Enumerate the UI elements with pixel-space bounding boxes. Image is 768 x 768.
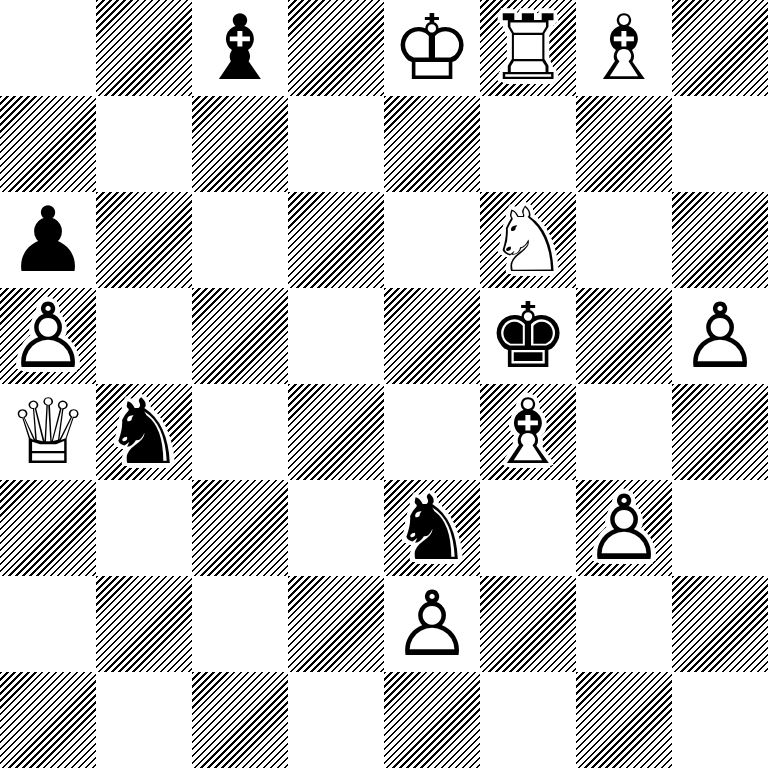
piece-white-pawn[interactable] (384, 576, 480, 672)
chess-board (0, 0, 768, 768)
square-c7[interactable] (192, 96, 288, 192)
square-d2[interactable] (288, 576, 384, 672)
square-a5[interactable] (0, 288, 96, 384)
square-d5[interactable] (288, 288, 384, 384)
square-g7[interactable] (576, 96, 672, 192)
square-d7[interactable] (288, 96, 384, 192)
piece-black-knight[interactable] (384, 480, 480, 576)
square-f3[interactable] (480, 480, 576, 576)
piece-black-king[interactable] (480, 288, 576, 384)
square-c6[interactable] (192, 192, 288, 288)
square-a8[interactable] (0, 0, 96, 96)
square-d3[interactable] (288, 480, 384, 576)
square-e6[interactable] (384, 192, 480, 288)
square-f6[interactable] (480, 192, 576, 288)
square-e8[interactable] (384, 0, 480, 96)
square-d1[interactable] (288, 672, 384, 768)
square-h6[interactable] (672, 192, 768, 288)
square-g3[interactable] (576, 480, 672, 576)
piece-white-queen[interactable] (0, 384, 96, 480)
square-a6[interactable] (0, 192, 96, 288)
square-b3[interactable] (96, 480, 192, 576)
square-b7[interactable] (96, 96, 192, 192)
square-h5[interactable] (672, 288, 768, 384)
square-e7[interactable] (384, 96, 480, 192)
square-a7[interactable] (0, 96, 96, 192)
piece-white-knight[interactable] (480, 192, 576, 288)
square-b6[interactable] (96, 192, 192, 288)
square-a3[interactable] (0, 480, 96, 576)
piece-white-pawn[interactable] (576, 480, 672, 576)
piece-black-pawn[interactable] (0, 192, 96, 288)
piece-white-rook[interactable] (480, 0, 576, 96)
square-c5[interactable] (192, 288, 288, 384)
square-h4[interactable] (672, 384, 768, 480)
square-c8[interactable] (192, 0, 288, 96)
square-a1[interactable] (0, 672, 96, 768)
square-h2[interactable] (672, 576, 768, 672)
square-b5[interactable] (96, 288, 192, 384)
square-b8[interactable] (96, 0, 192, 96)
piece-white-bishop[interactable] (480, 384, 576, 480)
piece-black-bishop[interactable] (192, 0, 288, 96)
square-f4[interactable] (480, 384, 576, 480)
square-c2[interactable] (192, 576, 288, 672)
square-b4[interactable] (96, 384, 192, 480)
square-a4[interactable] (0, 384, 96, 480)
square-g8[interactable] (576, 0, 672, 96)
square-e4[interactable] (384, 384, 480, 480)
square-f8[interactable] (480, 0, 576, 96)
square-c1[interactable] (192, 672, 288, 768)
square-f1[interactable] (480, 672, 576, 768)
square-e3[interactable] (384, 480, 480, 576)
square-e1[interactable] (384, 672, 480, 768)
square-d6[interactable] (288, 192, 384, 288)
square-f2[interactable] (480, 576, 576, 672)
square-e2[interactable] (384, 576, 480, 672)
square-e5[interactable] (384, 288, 480, 384)
piece-white-pawn[interactable] (0, 288, 96, 384)
piece-white-bishop[interactable] (576, 0, 672, 96)
square-g1[interactable] (576, 672, 672, 768)
square-h7[interactable] (672, 96, 768, 192)
square-g4[interactable] (576, 384, 672, 480)
piece-black-knight[interactable] (96, 384, 192, 480)
square-g6[interactable] (576, 192, 672, 288)
square-c3[interactable] (192, 480, 288, 576)
square-b1[interactable] (96, 672, 192, 768)
square-h8[interactable] (672, 0, 768, 96)
square-h3[interactable] (672, 480, 768, 576)
chessboard-diagram (0, 0, 768, 768)
square-f7[interactable] (480, 96, 576, 192)
square-f5[interactable] (480, 288, 576, 384)
square-b2[interactable] (96, 576, 192, 672)
square-d4[interactable] (288, 384, 384, 480)
square-c4[interactable] (192, 384, 288, 480)
square-h1[interactable] (672, 672, 768, 768)
square-d8[interactable] (288, 0, 384, 96)
piece-white-king[interactable] (384, 0, 480, 96)
piece-white-pawn[interactable] (672, 288, 768, 384)
square-g2[interactable] (576, 576, 672, 672)
square-g5[interactable] (576, 288, 672, 384)
square-a2[interactable] (0, 576, 96, 672)
